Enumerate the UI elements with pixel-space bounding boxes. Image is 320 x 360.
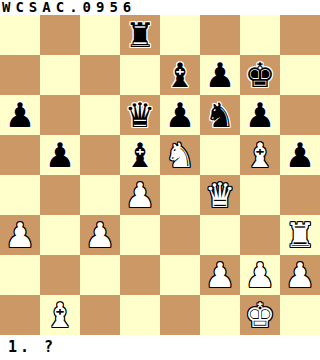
chess-board: ♜♝♟♚♟♛♟♞♟♟♝♞♝♟♟♛♟♟♜♟♟♟♝♚ [0,15,320,335]
square-g7[interactable]: ♚ [240,55,280,95]
square-g1[interactable]: ♚ [240,295,280,335]
square-f1[interactable] [200,295,240,335]
white-bishop: ♝ [45,295,75,335]
black-king: ♚ [245,55,275,95]
square-d7[interactable] [120,55,160,95]
square-h8[interactable] [280,15,320,55]
square-b1[interactable]: ♝ [40,295,80,335]
square-h2[interactable]: ♟ [280,255,320,295]
white-pawn: ♟ [125,175,155,215]
black-pawn: ♟ [245,95,275,135]
square-d4[interactable]: ♟ [120,175,160,215]
square-g5[interactable]: ♝ [240,135,280,175]
square-g2[interactable]: ♟ [240,255,280,295]
square-d6[interactable]: ♛ [120,95,160,135]
white-pawn: ♟ [5,215,35,255]
square-b7[interactable] [40,55,80,95]
square-g3[interactable] [240,215,280,255]
square-a3[interactable]: ♟ [0,215,40,255]
square-e8[interactable] [160,15,200,55]
square-e1[interactable] [160,295,200,335]
white-knight: ♞ [165,135,195,175]
white-king: ♚ [245,295,275,335]
square-c6[interactable] [80,95,120,135]
square-h6[interactable] [280,95,320,135]
black-knight: ♞ [205,95,235,135]
square-a6[interactable]: ♟ [0,95,40,135]
square-b6[interactable] [40,95,80,135]
square-f4[interactable]: ♛ [200,175,240,215]
black-bishop: ♝ [125,135,155,175]
square-a1[interactable] [0,295,40,335]
square-a4[interactable] [0,175,40,215]
square-c4[interactable] [80,175,120,215]
square-f8[interactable] [200,15,240,55]
square-c5[interactable] [80,135,120,175]
square-e7[interactable]: ♝ [160,55,200,95]
square-d3[interactable] [120,215,160,255]
white-rook: ♜ [285,215,315,255]
square-c3[interactable]: ♟ [80,215,120,255]
square-e4[interactable] [160,175,200,215]
square-c8[interactable] [80,15,120,55]
square-g8[interactable] [240,15,280,55]
black-pawn: ♟ [165,95,195,135]
square-e2[interactable] [160,255,200,295]
white-bishop: ♝ [245,135,275,175]
square-f2[interactable]: ♟ [200,255,240,295]
square-f7[interactable]: ♟ [200,55,240,95]
white-pawn: ♟ [205,255,235,295]
puzzle-id: WCSAC.0956 [0,0,320,15]
square-a2[interactable] [0,255,40,295]
square-f6[interactable]: ♞ [200,95,240,135]
square-c7[interactable] [80,55,120,95]
white-pawn: ♟ [85,215,115,255]
chess-puzzle-app: WCSAC.0956 ♜♝♟♚♟♛♟♞♟♟♝♞♝♟♟♛♟♟♜♟♟♟♝♚ 1. ? [0,0,320,360]
black-bishop: ♝ [165,55,195,95]
black-pawn: ♟ [285,135,315,175]
square-c2[interactable] [80,255,120,295]
square-b8[interactable] [40,15,80,55]
square-h3[interactable]: ♜ [280,215,320,255]
white-pawn: ♟ [285,255,315,295]
move-prompt: 1. ? [0,335,320,360]
white-queen: ♛ [205,175,235,215]
square-h7[interactable] [280,55,320,95]
square-e6[interactable]: ♟ [160,95,200,135]
square-g4[interactable] [240,175,280,215]
square-e5[interactable]: ♞ [160,135,200,175]
square-b5[interactable]: ♟ [40,135,80,175]
square-b4[interactable] [40,175,80,215]
square-h1[interactable] [280,295,320,335]
square-d5[interactable]: ♝ [120,135,160,175]
square-f3[interactable] [200,215,240,255]
square-a5[interactable] [0,135,40,175]
square-g6[interactable]: ♟ [240,95,280,135]
black-queen: ♛ [125,95,155,135]
white-pawn: ♟ [245,255,275,295]
black-pawn: ♟ [205,55,235,95]
square-h5[interactable]: ♟ [280,135,320,175]
black-pawn: ♟ [45,135,75,175]
square-f5[interactable] [200,135,240,175]
square-a8[interactable] [0,15,40,55]
square-b2[interactable] [40,255,80,295]
square-c1[interactable] [80,295,120,335]
square-d8[interactable]: ♜ [120,15,160,55]
square-a7[interactable] [0,55,40,95]
square-e3[interactable] [160,215,200,255]
black-rook: ♜ [125,15,155,55]
black-pawn: ♟ [5,95,35,135]
square-d2[interactable] [120,255,160,295]
square-b3[interactable] [40,215,80,255]
square-h4[interactable] [280,175,320,215]
square-d1[interactable] [120,295,160,335]
